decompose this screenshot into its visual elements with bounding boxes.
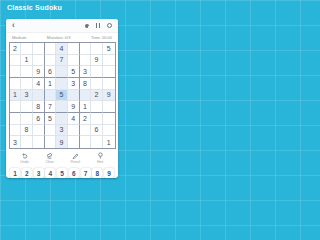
sudoku-cell-r7c2[interactable] <box>21 113 33 125</box>
sudoku-cell-r6c5[interactable] <box>56 101 68 113</box>
sudoku-cell-r6c8[interactable] <box>91 101 103 113</box>
sudoku-cell-r5c3[interactable] <box>33 90 45 102</box>
sudoku-cell-r9c5[interactable]: 9 <box>56 136 68 148</box>
pencil-button[interactable]: Pencil <box>70 152 80 164</box>
back-button[interactable]: ‹ <box>12 21 15 31</box>
sudoku-cell-r4c3[interactable]: 4 <box>33 78 45 90</box>
sudoku-cell-r3c1[interactable] <box>10 66 22 78</box>
tools-row: Undo Clear Pencil Hint <box>6 149 118 165</box>
lightbulb-icon <box>97 152 104 159</box>
sudoku-cell-r8c7[interactable] <box>80 125 92 137</box>
numpad-key-2[interactable]: 2 <box>22 168 32 178</box>
toolbar-icons <box>85 23 112 28</box>
sudoku-cell-r8c4[interactable] <box>45 125 57 137</box>
game-card: ‹ Medium Mistakes: 0/3 Time: 00:00 24517… <box>6 19 118 178</box>
sudoku-cell-r1c2[interactable] <box>21 43 33 55</box>
sudoku-cell-r9c3[interactable] <box>33 136 45 148</box>
tool-label: Pencil <box>70 160 80 164</box>
sudoku-cell-r5c4[interactable] <box>45 90 57 102</box>
timer-label: Time: 00:00 <box>91 35 112 40</box>
hint-button[interactable]: Hint <box>97 152 104 164</box>
undo-button[interactable]: Undo <box>20 152 28 164</box>
tool-label: Clear <box>45 160 53 164</box>
sudoku-cell-r7c5[interactable] <box>56 113 68 125</box>
tool-label: Hint <box>97 160 103 164</box>
sudoku-cell-r8c3[interactable] <box>33 125 45 137</box>
sudoku-cell-r1c8[interactable] <box>91 43 103 55</box>
sudoku-cell-r1c9[interactable]: 5 <box>103 43 115 55</box>
numpad: 123456789 <box>6 165 118 178</box>
difficulty-label: Medium <box>12 35 26 40</box>
numpad-key-4[interactable]: 4 <box>45 168 55 178</box>
sudoku-cell-r1c1[interactable]: 2 <box>10 43 22 55</box>
sudoku-cell-r7c7[interactable]: 2 <box>80 113 92 125</box>
pause-icon[interactable] <box>96 23 100 28</box>
sudoku-cell-r1c4[interactable] <box>45 43 57 55</box>
eraser-icon <box>46 152 53 159</box>
sudoku-cell-r1c7[interactable] <box>80 43 92 55</box>
sudoku-cell-r9c9[interactable]: 1 <box>103 136 115 148</box>
numpad-key-6[interactable]: 6 <box>69 168 79 178</box>
sudoku-cell-r6c4[interactable]: 7 <box>45 101 57 113</box>
sudoku-cell-r3c4[interactable]: 6 <box>45 66 57 78</box>
undo-icon <box>21 152 28 159</box>
sudoku-cell-r7c9[interactable] <box>103 113 115 125</box>
sudoku-cell-r1c6[interactable] <box>68 43 80 55</box>
sudoku-cell-r8c5[interactable]: 3 <box>56 125 68 137</box>
sudoku-cell-r5c6[interactable] <box>68 90 80 102</box>
sudoku-cell-r2c9[interactable] <box>103 55 115 67</box>
sudoku-cell-r5c8[interactable]: 2 <box>91 90 103 102</box>
sudoku-cell-r6c6[interactable]: 9 <box>68 101 80 113</box>
sudoku-cell-r4c4[interactable]: 1 <box>45 78 57 90</box>
sudoku-cell-r5c1[interactable]: 1 <box>10 90 22 102</box>
app-title: Classic Sudoku <box>7 4 62 11</box>
sudoku-cell-r5c2[interactable]: 3 <box>21 90 33 102</box>
sudoku-cell-r6c2[interactable] <box>21 101 33 113</box>
sudoku-cell-r3c7[interactable]: 3 <box>80 66 92 78</box>
numpad-key-1[interactable]: 1 <box>10 168 20 178</box>
sudoku-cell-r8c6[interactable] <box>68 125 80 137</box>
sudoku-cell-r3c9[interactable] <box>103 66 115 78</box>
sudoku-cell-r3c3[interactable]: 9 <box>33 66 45 78</box>
sudoku-cell-r9c7[interactable] <box>80 136 92 148</box>
clear-button[interactable]: Clear <box>45 152 53 164</box>
sudoku-cell-r3c8[interactable] <box>91 66 103 78</box>
sudoku-cell-r5c9[interactable]: 9 <box>103 90 115 102</box>
numpad-key-3[interactable]: 3 <box>34 168 44 178</box>
mistakes-label: Mistakes: 0/3 <box>47 35 71 40</box>
sudoku-cell-r4c1[interactable] <box>10 78 22 90</box>
palette-icon[interactable] <box>85 24 89 28</box>
sudoku-cell-r4c6[interactable]: 3 <box>68 78 80 90</box>
sudoku-cell-r8c8[interactable]: 6 <box>91 125 103 137</box>
sudoku-cell-r3c2[interactable] <box>21 66 33 78</box>
sudoku-cell-r6c7[interactable]: 1 <box>80 101 92 113</box>
sudoku-cell-r4c9[interactable] <box>103 78 115 90</box>
numpad-key-5[interactable]: 5 <box>57 168 67 178</box>
sudoku-cell-r7c1[interactable] <box>10 113 22 125</box>
sudoku-cell-r4c8[interactable] <box>91 78 103 90</box>
sudoku-cell-r6c9[interactable] <box>103 101 115 113</box>
sudoku-cell-r1c3[interactable] <box>33 43 45 55</box>
sudoku-cell-r4c7[interactable]: 8 <box>80 78 92 90</box>
sudoku-cell-r2c3[interactable] <box>33 55 45 67</box>
sudoku-cell-r1c5[interactable]: 4 <box>56 43 68 55</box>
sudoku-cell-r4c2[interactable] <box>21 78 33 90</box>
numpad-key-9[interactable]: 9 <box>104 168 114 178</box>
sudoku-cell-r2c1[interactable] <box>10 55 22 67</box>
sudoku-cell-r2c7[interactable] <box>80 55 92 67</box>
sudoku-cell-r5c7[interactable] <box>80 90 92 102</box>
sudoku-cell-r3c6[interactable]: 5 <box>68 66 80 78</box>
numpad-key-8[interactable]: 8 <box>92 168 102 178</box>
sudoku-cell-r2c4[interactable] <box>45 55 57 67</box>
sudoku-cell-r7c8[interactable] <box>91 113 103 125</box>
sudoku-cell-r2c2[interactable]: 1 <box>21 55 33 67</box>
sudoku-cell-r7c3[interactable]: 6 <box>33 113 45 125</box>
sudoku-cell-r7c6[interactable]: 4 <box>68 113 80 125</box>
sudoku-cell-r9c1[interactable]: 3 <box>10 136 22 148</box>
sudoku-cell-r5c5[interactable]: 5 <box>56 90 68 102</box>
sudoku-board: 245179965341381352987916542836391 <box>9 42 116 149</box>
sudoku-cell-r7c4[interactable]: 5 <box>45 113 57 125</box>
sudoku-cell-r8c2[interactable]: 8 <box>21 125 33 137</box>
sudoku-cell-r8c9[interactable] <box>103 125 115 137</box>
status-row: Medium Mistakes: 0/3 Time: 00:00 <box>6 33 118 41</box>
sudoku-cell-r6c3[interactable]: 8 <box>33 101 45 113</box>
sudoku-cell-r2c8[interactable]: 9 <box>91 55 103 67</box>
top-toolbar: ‹ <box>6 19 118 33</box>
sudoku-cell-r3c5[interactable] <box>56 66 68 78</box>
numpad-key-7[interactable]: 7 <box>81 168 91 178</box>
sudoku-cell-r6c1[interactable] <box>10 101 22 113</box>
tool-label: Undo <box>20 160 28 164</box>
sudoku-cell-r2c5[interactable]: 7 <box>56 55 68 67</box>
settings-gear-icon[interactable] <box>107 23 112 28</box>
app-background: { "app_title": "Classic Sudoku", "toolba… <box>0 0 125 200</box>
sudoku-cell-r9c4[interactable] <box>45 136 57 148</box>
sudoku-cell-r2c6[interactable] <box>68 55 80 67</box>
pencil-icon <box>72 152 79 159</box>
sudoku-cell-r9c2[interactable] <box>21 136 33 148</box>
sudoku-cell-r8c1[interactable] <box>10 125 22 137</box>
sudoku-cell-r4c5[interactable] <box>56 78 68 90</box>
sudoku-cell-r9c8[interactable] <box>91 136 103 148</box>
sudoku-cell-r9c6[interactable] <box>68 136 80 148</box>
